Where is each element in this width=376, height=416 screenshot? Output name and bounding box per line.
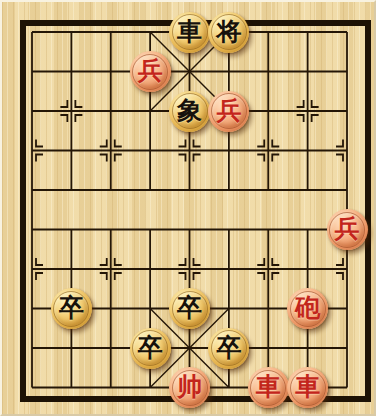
piece-black-soldier[interactable]: 卒 bbox=[130, 328, 171, 369]
piece-red-cannon[interactable]: 砲 bbox=[287, 288, 328, 329]
piece-glyph: 車 bbox=[256, 374, 281, 399]
piece-red-chariot[interactable]: 車 bbox=[248, 367, 289, 408]
pieces-layer[interactable]: 車将兵象兵兵卒卒砲卒卒帅車車 bbox=[2, 2, 374, 414]
xiangqi-board-window: 車将兵象兵兵卒卒砲卒卒帅車車 bbox=[0, 0, 376, 416]
piece-black-chariot[interactable]: 車 bbox=[169, 12, 210, 53]
piece-glyph: 兵 bbox=[138, 58, 163, 83]
piece-black-soldier[interactable]: 卒 bbox=[169, 288, 210, 329]
piece-glyph: 兵 bbox=[216, 98, 241, 123]
piece-glyph: 卒 bbox=[177, 295, 202, 320]
piece-black-elephant[interactable]: 象 bbox=[169, 91, 210, 132]
piece-glyph: 帅 bbox=[177, 374, 202, 399]
piece-glyph: 卒 bbox=[216, 335, 241, 360]
piece-black-general[interactable]: 将 bbox=[208, 12, 249, 53]
piece-glyph: 車 bbox=[177, 19, 202, 44]
piece-black-soldier[interactable]: 卒 bbox=[51, 288, 92, 329]
piece-red-soldier[interactable]: 兵 bbox=[327, 209, 368, 250]
piece-black-soldier[interactable]: 卒 bbox=[208, 328, 249, 369]
piece-red-soldier[interactable]: 兵 bbox=[208, 91, 249, 132]
piece-glyph: 砲 bbox=[295, 295, 320, 320]
piece-red-general[interactable]: 帅 bbox=[169, 367, 210, 408]
piece-red-soldier[interactable]: 兵 bbox=[130, 51, 171, 92]
piece-glyph: 卒 bbox=[138, 335, 163, 360]
piece-glyph: 象 bbox=[177, 98, 202, 123]
piece-glyph: 卒 bbox=[59, 295, 84, 320]
piece-glyph: 車 bbox=[295, 374, 320, 399]
piece-glyph: 兵 bbox=[335, 216, 360, 241]
piece-glyph: 将 bbox=[216, 19, 241, 44]
piece-red-chariot[interactable]: 車 bbox=[287, 367, 328, 408]
